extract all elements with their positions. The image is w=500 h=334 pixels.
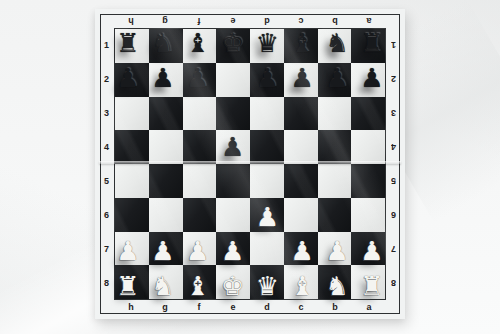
white-bishop-c8[interactable]: ♝ <box>291 273 314 299</box>
file-label-bottom-f: f <box>182 301 216 314</box>
square-h1[interactable]: ♜ <box>115 29 149 63</box>
square-d6[interactable]: ♟ <box>250 198 284 232</box>
file-label-bottom-e: e <box>216 301 250 314</box>
square-h7[interactable]: ♟ <box>115 232 149 266</box>
file-label-top-c: c <box>284 14 318 27</box>
square-c1[interactable]: ♝ <box>284 29 318 63</box>
file-label-top-d: d <box>250 14 284 27</box>
white-rook-h8[interactable]: ♜ <box>116 273 139 299</box>
white-pawn-f7[interactable]: ♟ <box>186 238 209 264</box>
black-bishop-c1[interactable]: ♝ <box>291 29 314 55</box>
square-a5[interactable] <box>351 164 385 198</box>
board-grid: ♜♞♝♚♛♝♞♜♟♟♟♟♟♟♟♟♟♟♟♟♟♟♟♟♜♞♝♚♛♝♞♜ <box>114 28 386 300</box>
square-g2[interactable]: ♟ <box>149 63 183 97</box>
square-b6[interactable] <box>318 198 352 232</box>
rank-labels-right: 12345678 <box>387 28 400 300</box>
white-bishop-f8[interactable]: ♝ <box>186 273 209 299</box>
square-b8[interactable]: ♞ <box>318 265 352 299</box>
file-label-top-g: g <box>148 14 182 27</box>
black-queen-d1[interactable]: ♛ <box>256 29 279 55</box>
rank-label-left-4: 4 <box>100 130 113 164</box>
square-c7[interactable]: ♟ <box>284 232 318 266</box>
rank-label-right-2: 2 <box>387 62 400 96</box>
white-pawn-c7[interactable]: ♟ <box>291 238 314 264</box>
square-c8[interactable]: ♝ <box>284 265 318 299</box>
square-h6[interactable] <box>115 198 149 232</box>
square-e6[interactable] <box>216 198 250 232</box>
rank-label-right-6: 6 <box>387 198 400 232</box>
square-b1[interactable]: ♞ <box>318 29 352 63</box>
square-d2[interactable]: ♟ <box>250 63 284 97</box>
black-pawn-g2[interactable]: ♟ <box>151 64 174 90</box>
square-e1[interactable]: ♚ <box>216 29 250 63</box>
black-pawn-e4[interactable]: ♟ <box>221 134 244 160</box>
square-e8[interactable]: ♚ <box>216 265 250 299</box>
black-pawn-c2[interactable]: ♟ <box>291 64 314 90</box>
rank-label-left-3: 3 <box>100 96 113 130</box>
square-f3[interactable] <box>183 97 217 131</box>
rank-label-right-3: 3 <box>387 96 400 130</box>
rank-label-left-2: 2 <box>100 62 113 96</box>
file-label-bottom-a: a <box>352 301 386 314</box>
square-c2[interactable]: ♟ <box>284 63 318 97</box>
black-bishop-f1[interactable]: ♝ <box>186 29 209 55</box>
square-c6[interactable] <box>284 198 318 232</box>
rank-labels-left: 12345678 <box>100 28 113 300</box>
rank-label-right-7: 7 <box>387 232 400 266</box>
square-f1[interactable]: ♝ <box>183 29 217 63</box>
square-a2[interactable]: ♟ <box>351 63 385 97</box>
square-a8[interactable]: ♜ <box>351 265 385 299</box>
square-g8[interactable]: ♞ <box>149 265 183 299</box>
black-knight-b1[interactable]: ♞ <box>325 29 348 55</box>
rank-label-left-8: 8 <box>100 266 113 300</box>
chessboard: hgfedcba hgfedcba 12345678 12345678 ♜♞♝♚… <box>95 9 405 319</box>
square-a4[interactable] <box>351 130 385 164</box>
file-label-bottom-d: d <box>250 301 284 314</box>
black-pawn-d2[interactable]: ♟ <box>256 64 279 90</box>
square-e5[interactable] <box>216 164 250 198</box>
rank-label-left-5: 5 <box>100 164 113 198</box>
white-king-e8[interactable]: ♚ <box>221 273 244 299</box>
file-label-top-h: h <box>114 14 148 27</box>
white-pawn-h7[interactable]: ♟ <box>116 238 139 264</box>
square-h2[interactable]: ♟ <box>115 63 149 97</box>
file-label-bottom-c: c <box>284 301 318 314</box>
file-label-top-f: f <box>182 14 216 27</box>
square-a6[interactable] <box>351 198 385 232</box>
white-rook-a8[interactable]: ♜ <box>360 273 383 299</box>
square-f2[interactable]: ♟ <box>183 63 217 97</box>
square-d5[interactable] <box>250 164 284 198</box>
square-f8[interactable]: ♝ <box>183 265 217 299</box>
white-pawn-b7[interactable]: ♟ <box>325 238 348 264</box>
square-g4[interactable] <box>149 130 183 164</box>
square-e4[interactable]: ♟ <box>216 130 250 164</box>
square-h4[interactable] <box>115 130 149 164</box>
square-a1[interactable]: ♜ <box>351 29 385 63</box>
square-b5[interactable] <box>318 164 352 198</box>
file-label-bottom-g: g <box>148 301 182 314</box>
square-e2[interactable] <box>216 63 250 97</box>
square-f4[interactable] <box>183 130 217 164</box>
rank-label-right-5: 5 <box>387 164 400 198</box>
square-f5[interactable] <box>183 164 217 198</box>
rank-label-right-8: 8 <box>387 266 400 300</box>
black-pawn-b2[interactable]: ♟ <box>325 64 348 90</box>
file-labels-top: hgfedcba <box>114 14 386 27</box>
square-d4[interactable] <box>250 130 284 164</box>
rank-label-right-1: 1 <box>387 28 400 62</box>
file-label-bottom-h: h <box>114 301 148 314</box>
square-e3[interactable] <box>216 97 250 131</box>
square-e7[interactable]: ♟ <box>216 232 250 266</box>
square-h5[interactable] <box>115 164 149 198</box>
file-labels-bottom: hgfedcba <box>114 301 386 314</box>
square-g6[interactable] <box>149 198 183 232</box>
square-d8[interactable]: ♛ <box>250 265 284 299</box>
black-pawn-f2[interactable]: ♟ <box>186 64 209 90</box>
square-c5[interactable] <box>284 164 318 198</box>
square-a7[interactable]: ♟ <box>351 232 385 266</box>
white-queen-d8[interactable]: ♛ <box>256 273 279 299</box>
white-knight-b8[interactable]: ♞ <box>325 273 348 299</box>
square-c3[interactable] <box>284 97 318 131</box>
black-pawn-h2[interactable]: ♟ <box>116 64 139 90</box>
black-pawn-a2[interactable]: ♟ <box>360 64 383 90</box>
file-label-top-e: e <box>216 14 250 27</box>
square-g7[interactable]: ♟ <box>149 232 183 266</box>
square-d3[interactable] <box>250 97 284 131</box>
rank-label-left-1: 1 <box>100 28 113 62</box>
white-pawn-g7[interactable]: ♟ <box>151 238 174 264</box>
square-h3[interactable] <box>115 97 149 131</box>
file-label-bottom-b: b <box>318 301 352 314</box>
rank-label-left-7: 7 <box>100 232 113 266</box>
square-g3[interactable] <box>149 97 183 131</box>
square-b7[interactable]: ♟ <box>318 232 352 266</box>
square-d1[interactable]: ♛ <box>250 29 284 63</box>
black-king-e1[interactable]: ♚ <box>221 29 244 55</box>
white-knight-g8[interactable]: ♞ <box>151 273 174 299</box>
black-rook-h1[interactable]: ♜ <box>116 29 139 55</box>
white-pawn-e7[interactable]: ♟ <box>221 238 244 264</box>
square-h8[interactable]: ♜ <box>115 265 149 299</box>
square-f7[interactable]: ♟ <box>183 232 217 266</box>
rank-label-left-6: 6 <box>100 198 113 232</box>
square-b2[interactable]: ♟ <box>318 63 352 97</box>
rank-label-right-4: 4 <box>387 130 400 164</box>
square-g1[interactable]: ♞ <box>149 29 183 63</box>
white-pawn-a7[interactable]: ♟ <box>360 238 383 264</box>
black-knight-g1[interactable]: ♞ <box>151 29 174 55</box>
square-f6[interactable] <box>183 198 217 232</box>
square-c4[interactable] <box>284 130 318 164</box>
square-a3[interactable] <box>351 97 385 131</box>
square-b4[interactable] <box>318 130 352 164</box>
file-label-top-b: b <box>318 14 352 27</box>
file-label-top-a: a <box>352 14 386 27</box>
white-pawn-d6[interactable]: ♟ <box>256 203 279 229</box>
square-d7[interactable] <box>250 232 284 266</box>
black-rook-a1[interactable]: ♜ <box>360 29 383 55</box>
square-g5[interactable] <box>149 164 183 198</box>
square-b3[interactable] <box>318 97 352 131</box>
